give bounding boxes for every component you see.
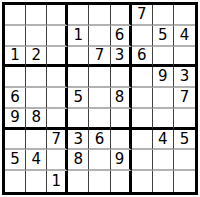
cell-r4c4[interactable] xyxy=(68,67,89,88)
cell-r1c6[interactable] xyxy=(111,5,132,26)
cell-r3c2[interactable]: 2 xyxy=(26,47,47,68)
cell-r4c2[interactable] xyxy=(26,67,47,88)
cell-r7c5[interactable]: 6 xyxy=(89,130,110,151)
cell-r9c9[interactable] xyxy=(174,171,195,192)
cell-r1c1[interactable] xyxy=(5,5,26,26)
cell-r3c9[interactable] xyxy=(174,47,195,68)
cell-r2c7[interactable] xyxy=(132,26,153,47)
cell-r5c4[interactable]: 5 xyxy=(68,88,89,109)
cell-r6c4[interactable] xyxy=(68,109,89,130)
cell-r2c5[interactable] xyxy=(89,26,110,47)
cell-r3c5[interactable]: 7 xyxy=(89,47,110,68)
cell-r1c4[interactable] xyxy=(68,5,89,26)
cell-r7c2[interactable] xyxy=(26,130,47,151)
cell-r9c1[interactable] xyxy=(5,171,26,192)
cell-r3c1[interactable]: 1 xyxy=(5,47,26,68)
cell-r5c1[interactable]: 6 xyxy=(5,88,26,109)
cell-r6c5[interactable] xyxy=(89,109,110,130)
cell-r8c5[interactable] xyxy=(89,150,110,171)
cell-r8c1[interactable]: 5 xyxy=(5,150,26,171)
cell-r7c1[interactable] xyxy=(5,130,26,151)
cell-r7c6[interactable] xyxy=(111,130,132,151)
cell-r6c2[interactable]: 8 xyxy=(26,109,47,130)
cell-r5c5[interactable] xyxy=(89,88,110,109)
cell-r1c3[interactable] xyxy=(47,5,68,26)
cell-r8c9[interactable] xyxy=(174,150,195,171)
cell-r9c7[interactable] xyxy=(132,171,153,192)
cell-r6c8[interactable] xyxy=(153,109,174,130)
cell-r3c3[interactable] xyxy=(47,47,68,68)
cell-r6c9[interactable] xyxy=(174,109,195,130)
cell-r1c8[interactable] xyxy=(153,5,174,26)
cell-r1c5[interactable] xyxy=(89,5,110,26)
cell-r3c8[interactable] xyxy=(153,47,174,68)
cell-r2c4[interactable]: 1 xyxy=(68,26,89,47)
sudoku-grid: 7165412736936587987364554891 xyxy=(2,2,198,195)
cell-r1c9[interactable] xyxy=(174,5,195,26)
cell-r5c6[interactable]: 8 xyxy=(111,88,132,109)
cell-r6c1[interactable]: 9 xyxy=(5,109,26,130)
cell-r3c7[interactable]: 6 xyxy=(132,47,153,68)
cell-r6c3[interactable] xyxy=(47,109,68,130)
cell-r9c4[interactable] xyxy=(68,171,89,192)
cell-r2c2[interactable] xyxy=(26,26,47,47)
cell-r3c6[interactable]: 3 xyxy=(111,47,132,68)
cell-r8c3[interactable] xyxy=(47,150,68,171)
cell-r4c7[interactable] xyxy=(132,67,153,88)
cell-r4c8[interactable]: 9 xyxy=(153,67,174,88)
cell-r8c4[interactable]: 8 xyxy=(68,150,89,171)
cell-r2c8[interactable]: 5 xyxy=(153,26,174,47)
cell-r7c9[interactable]: 5 xyxy=(174,130,195,151)
cell-r9c8[interactable] xyxy=(153,171,174,192)
cell-r2c9[interactable]: 4 xyxy=(174,26,195,47)
cell-r6c6[interactable] xyxy=(111,109,132,130)
cell-r1c7[interactable]: 7 xyxy=(132,5,153,26)
cell-r2c1[interactable] xyxy=(5,26,26,47)
cell-r4c3[interactable] xyxy=(47,67,68,88)
cell-r5c8[interactable] xyxy=(153,88,174,109)
cell-r7c8[interactable]: 4 xyxy=(153,130,174,151)
cell-r8c2[interactable]: 4 xyxy=(26,150,47,171)
cell-r1c2[interactable] xyxy=(26,5,47,26)
cell-r5c3[interactable] xyxy=(47,88,68,109)
cell-r8c8[interactable] xyxy=(153,150,174,171)
cell-r7c3[interactable]: 7 xyxy=(47,130,68,151)
cell-r4c5[interactable] xyxy=(89,67,110,88)
cell-r9c2[interactable] xyxy=(26,171,47,192)
cell-r9c5[interactable] xyxy=(89,171,110,192)
sudoku-board: 7165412736936587987364554891 xyxy=(0,0,200,197)
cell-r5c9[interactable]: 7 xyxy=(174,88,195,109)
cell-r3c4[interactable] xyxy=(68,47,89,68)
cell-r4c1[interactable] xyxy=(5,67,26,88)
cell-r2c6[interactable]: 6 xyxy=(111,26,132,47)
cell-r9c6[interactable] xyxy=(111,171,132,192)
cell-r9c3[interactable]: 1 xyxy=(47,171,68,192)
cell-r7c7[interactable] xyxy=(132,130,153,151)
cell-r2c3[interactable] xyxy=(47,26,68,47)
cell-r4c9[interactable]: 3 xyxy=(174,67,195,88)
cell-r6c7[interactable] xyxy=(132,109,153,130)
cell-r4c6[interactable] xyxy=(111,67,132,88)
cell-r8c7[interactable] xyxy=(132,150,153,171)
cell-r7c4[interactable]: 3 xyxy=(68,130,89,151)
cell-r8c6[interactable]: 9 xyxy=(111,150,132,171)
cell-r5c2[interactable] xyxy=(26,88,47,109)
cell-r5c7[interactable] xyxy=(132,88,153,109)
